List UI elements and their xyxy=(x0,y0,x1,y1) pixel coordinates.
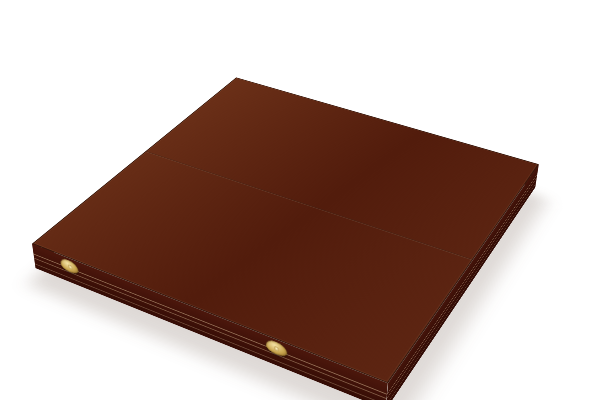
chess-board xyxy=(32,77,539,383)
scene-stage xyxy=(0,0,600,400)
chess-board-3d xyxy=(32,77,539,383)
chess-set-photo xyxy=(0,0,600,400)
